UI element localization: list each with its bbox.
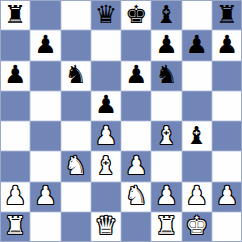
- square-e6[interactable]: ♟: [121, 61, 151, 91]
- white-knight-icon[interactable]: ♞: [64, 153, 86, 180]
- square-d2[interactable]: [91, 182, 121, 212]
- square-h4[interactable]: [212, 121, 242, 151]
- black-pawn-icon[interactable]: ♟: [155, 32, 177, 59]
- white-knight-icon[interactable]: ♞: [125, 183, 147, 210]
- white-pawn-icon[interactable]: ♟: [34, 183, 56, 210]
- black-knight-icon[interactable]: ♞: [155, 62, 177, 89]
- black-pawn-icon[interactable]: ♟: [216, 32, 238, 59]
- square-f8[interactable]: ♝: [151, 0, 181, 30]
- square-a1[interactable]: ♜: [0, 212, 30, 242]
- white-queen-icon[interactable]: ♛: [95, 213, 117, 240]
- square-h3[interactable]: [212, 151, 242, 181]
- black-pawn-icon[interactable]: ♟: [34, 32, 56, 59]
- black-pawn-icon[interactable]: ♟: [95, 92, 117, 119]
- square-c2[interactable]: [61, 182, 91, 212]
- square-d6[interactable]: [91, 61, 121, 91]
- square-e3[interactable]: ♟: [121, 151, 151, 181]
- square-f2[interactable]: ♟: [151, 182, 181, 212]
- square-b7[interactable]: ♟: [30, 30, 60, 60]
- square-d5[interactable]: ♟: [91, 91, 121, 121]
- square-e2[interactable]: ♞: [121, 182, 151, 212]
- square-d7[interactable]: [91, 30, 121, 60]
- square-g8[interactable]: [182, 0, 212, 30]
- square-g7[interactable]: ♟: [182, 30, 212, 60]
- square-b2[interactable]: ♟: [30, 182, 60, 212]
- black-bishop-icon[interactable]: ♝: [155, 2, 177, 29]
- square-a7[interactable]: [0, 30, 30, 60]
- square-a8[interactable]: ♜: [0, 0, 30, 30]
- square-c3[interactable]: ♞: [61, 151, 91, 181]
- square-b5[interactable]: [30, 91, 60, 121]
- black-knight-icon[interactable]: ♞: [64, 62, 86, 89]
- square-e5[interactable]: [121, 91, 151, 121]
- white-bishop-icon[interactable]: ♝: [95, 153, 117, 180]
- square-g3[interactable]: [182, 151, 212, 181]
- black-queen-icon[interactable]: ♛: [95, 2, 117, 29]
- square-d8[interactable]: ♛: [91, 0, 121, 30]
- square-c6[interactable]: ♞: [61, 61, 91, 91]
- white-pawn-icon[interactable]: ♟: [216, 183, 238, 210]
- black-pawn-icon[interactable]: ♟: [185, 32, 207, 59]
- white-pawn-icon[interactable]: ♟: [155, 183, 177, 210]
- square-g2[interactable]: ♟: [182, 182, 212, 212]
- white-pawn-icon[interactable]: ♟: [125, 153, 147, 180]
- square-h8[interactable]: ♜: [212, 0, 242, 30]
- square-c5[interactable]: [61, 91, 91, 121]
- square-f1[interactable]: ♜: [151, 212, 181, 242]
- black-pawn-icon[interactable]: ♟: [125, 62, 147, 89]
- square-a6[interactable]: ♟: [0, 61, 30, 91]
- square-h5[interactable]: [212, 91, 242, 121]
- square-d4[interactable]: ♟: [91, 121, 121, 151]
- square-f4[interactable]: ♝: [151, 121, 181, 151]
- white-king-icon[interactable]: ♚: [185, 213, 207, 240]
- black-bishop-icon[interactable]: ♝: [185, 123, 207, 150]
- square-g5[interactable]: [182, 91, 212, 121]
- black-rook-icon[interactable]: ♜: [216, 2, 238, 29]
- white-bishop-icon[interactable]: ♝: [155, 123, 177, 150]
- square-g6[interactable]: [182, 61, 212, 91]
- white-rook-icon[interactable]: ♜: [155, 213, 177, 240]
- black-king-icon[interactable]: ♚: [125, 2, 147, 29]
- square-f7[interactable]: ♟: [151, 30, 181, 60]
- square-b6[interactable]: [30, 61, 60, 91]
- white-pawn-icon[interactable]: ♟: [4, 183, 26, 210]
- white-pawn-icon[interactable]: ♟: [95, 123, 117, 150]
- square-h6[interactable]: [212, 61, 242, 91]
- white-pawn-icon[interactable]: ♟: [185, 183, 207, 210]
- square-a5[interactable]: [0, 91, 30, 121]
- square-b3[interactable]: [30, 151, 60, 181]
- black-pawn-icon[interactable]: ♟: [4, 62, 26, 89]
- square-c4[interactable]: [61, 121, 91, 151]
- square-e1[interactable]: [121, 212, 151, 242]
- square-c8[interactable]: [61, 0, 91, 30]
- square-a4[interactable]: [0, 121, 30, 151]
- square-e8[interactable]: ♚: [121, 0, 151, 30]
- square-f3[interactable]: [151, 151, 181, 181]
- black-rook-icon[interactable]: ♜: [4, 2, 26, 29]
- square-c7[interactable]: [61, 30, 91, 60]
- square-h7[interactable]: ♟: [212, 30, 242, 60]
- square-g4[interactable]: ♝: [182, 121, 212, 151]
- square-b1[interactable]: [30, 212, 60, 242]
- white-rook-icon[interactable]: ♜: [4, 213, 26, 240]
- square-d3[interactable]: ♝: [91, 151, 121, 181]
- square-f6[interactable]: ♞: [151, 61, 181, 91]
- square-g1[interactable]: ♚: [182, 212, 212, 242]
- square-a3[interactable]: [0, 151, 30, 181]
- square-e4[interactable]: [121, 121, 151, 151]
- square-c1[interactable]: [61, 212, 91, 242]
- square-a2[interactable]: ♟: [0, 182, 30, 212]
- square-h1[interactable]: [212, 212, 242, 242]
- square-b4[interactable]: [30, 121, 60, 151]
- chess-board: ♜♛♚♝♜♟♟♟♟♟♞♟♞♟♟♝♝♞♝♟♟♟♞♟♟♟♜♛♜♚: [0, 0, 242, 242]
- square-b8[interactable]: [30, 0, 60, 30]
- square-h2[interactable]: ♟: [212, 182, 242, 212]
- square-d1[interactable]: ♛: [91, 212, 121, 242]
- square-f5[interactable]: [151, 91, 181, 121]
- square-e7[interactable]: [121, 30, 151, 60]
